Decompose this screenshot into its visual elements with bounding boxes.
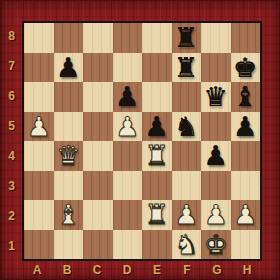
piece-black-pawn: ♟ [115, 83, 139, 110]
piece-black-queen: ♛ [204, 83, 228, 110]
square-c6[interactable] [83, 82, 113, 112]
square-c1[interactable] [83, 230, 113, 260]
square-c8[interactable] [83, 23, 113, 53]
square-c2[interactable] [83, 200, 113, 230]
piece-black-rook: ♜ [174, 54, 198, 81]
square-h3[interactable] [231, 171, 261, 201]
rank-label-8: 8 [1, 21, 22, 51]
square-d3[interactable] [113, 171, 143, 201]
square-g6[interactable]: ♛ [201, 82, 231, 112]
file-label-e: E [142, 260, 172, 279]
square-c3[interactable] [83, 171, 113, 201]
square-b5[interactable] [54, 112, 84, 142]
square-b3[interactable] [54, 171, 84, 201]
square-a8[interactable] [24, 23, 54, 53]
square-d6[interactable]: ♟ [113, 82, 143, 112]
piece-black-pawn: ♟ [145, 113, 169, 140]
square-h7[interactable]: ♚ [231, 53, 261, 83]
square-c7[interactable] [83, 53, 113, 83]
piece-black-pawn: ♟ [204, 142, 228, 169]
piece-white-king: ♚ [204, 231, 228, 258]
square-e7[interactable] [142, 53, 172, 83]
rank-label-7: 7 [1, 51, 22, 81]
square-f4[interactable] [172, 141, 202, 171]
piece-white-queen: ♛ [56, 142, 80, 169]
rank-label-3: 3 [1, 171, 22, 201]
piece-black-pawn: ♟ [56, 54, 80, 81]
piece-white-knight: ♞ [174, 231, 198, 258]
square-e1[interactable] [142, 230, 172, 260]
file-labels: A B C D E F G H [22, 260, 262, 279]
square-g3[interactable] [201, 171, 231, 201]
square-f1[interactable]: ♞ [172, 230, 202, 260]
square-d2[interactable] [113, 200, 143, 230]
file-label-d: D [112, 260, 142, 279]
rank-label-4: 4 [1, 141, 22, 171]
square-d4[interactable] [113, 141, 143, 171]
file-label-c: C [82, 260, 112, 279]
square-d5[interactable]: ♟ [113, 112, 143, 142]
piece-black-rook: ♜ [174, 24, 198, 51]
piece-white-pawn: ♟ [115, 113, 139, 140]
square-a1[interactable] [24, 230, 54, 260]
square-a4[interactable] [24, 141, 54, 171]
square-h5[interactable]: ♟ [231, 112, 261, 142]
rank-label-6: 6 [1, 81, 22, 111]
square-h2[interactable]: ♟ [231, 200, 261, 230]
square-g4[interactable]: ♟ [201, 141, 231, 171]
square-g2[interactable]: ♟ [201, 200, 231, 230]
rank-label-1: 1 [1, 231, 22, 261]
square-a3[interactable] [24, 171, 54, 201]
square-g1[interactable]: ♚ [201, 230, 231, 260]
piece-white-pawn: ♟ [233, 201, 257, 228]
piece-white-pawn: ♟ [204, 201, 228, 228]
square-e2[interactable]: ♜ [142, 200, 172, 230]
square-d1[interactable] [113, 230, 143, 260]
rank-labels: 8 7 6 5 4 3 2 1 [1, 21, 22, 261]
square-a5[interactable]: ♟ [24, 112, 54, 142]
rank-label-5: 5 [1, 111, 22, 141]
square-a6[interactable] [24, 82, 54, 112]
square-h4[interactable] [231, 141, 261, 171]
square-b2[interactable]: ♝ [54, 200, 84, 230]
square-f8[interactable]: ♜ [172, 23, 202, 53]
square-e6[interactable] [142, 82, 172, 112]
square-h8[interactable] [231, 23, 261, 53]
piece-white-rook: ♜ [145, 142, 169, 169]
piece-black-pawn: ♟ [233, 113, 257, 140]
square-h6[interactable]: ♝ [231, 82, 261, 112]
square-g5[interactable] [201, 112, 231, 142]
square-c4[interactable] [83, 141, 113, 171]
piece-white-pawn: ♟ [174, 201, 198, 228]
rank-label-2: 2 [1, 201, 22, 231]
square-b1[interactable] [54, 230, 84, 260]
piece-white-bishop: ♝ [56, 201, 80, 228]
square-a7[interactable] [24, 53, 54, 83]
square-e8[interactable] [142, 23, 172, 53]
square-f2[interactable]: ♟ [172, 200, 202, 230]
square-b4[interactable]: ♛ [54, 141, 84, 171]
square-g8[interactable] [201, 23, 231, 53]
square-f6[interactable] [172, 82, 202, 112]
square-d7[interactable] [113, 53, 143, 83]
square-f3[interactable] [172, 171, 202, 201]
square-h1[interactable] [231, 230, 261, 260]
square-b7[interactable]: ♟ [54, 53, 84, 83]
square-c5[interactable] [83, 112, 113, 142]
chessboard-frame: 8 7 6 5 4 3 2 1 ♜♟♜♚♟♛♝♟♟♟♞♟♛♜♟♝♜♟♟♟♞♚ A… [0, 0, 280, 280]
file-label-b: B [52, 260, 82, 279]
piece-black-bishop: ♝ [233, 83, 257, 110]
piece-white-pawn: ♟ [27, 113, 51, 140]
square-a2[interactable] [24, 200, 54, 230]
square-e5[interactable]: ♟ [142, 112, 172, 142]
file-label-h: H [232, 260, 262, 279]
square-g7[interactable] [201, 53, 231, 83]
piece-black-king: ♚ [233, 54, 257, 81]
piece-white-rook: ♜ [145, 201, 169, 228]
piece-black-knight: ♞ [174, 113, 198, 140]
square-b6[interactable] [54, 82, 84, 112]
file-label-g: G [202, 260, 232, 279]
file-label-f: F [172, 260, 202, 279]
square-d8[interactable] [113, 23, 143, 53]
square-f7[interactable]: ♜ [172, 53, 202, 83]
square-e3[interactable] [142, 171, 172, 201]
square-e4[interactable]: ♜ [142, 141, 172, 171]
square-f5[interactable]: ♞ [172, 112, 202, 142]
board: ♜♟♜♚♟♛♝♟♟♟♞♟♛♜♟♝♜♟♟♟♞♚ [22, 21, 262, 261]
file-label-a: A [22, 260, 52, 279]
square-b8[interactable] [54, 23, 84, 53]
